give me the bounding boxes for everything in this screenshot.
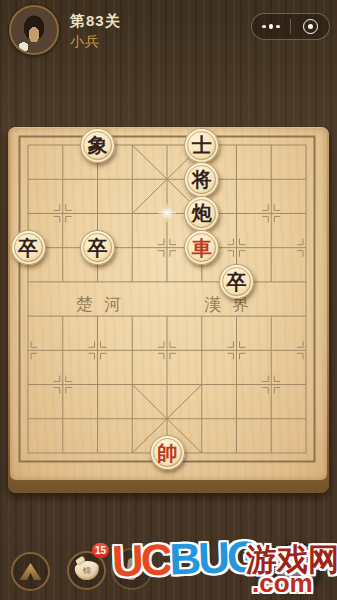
rank-label: 小兵 xyxy=(70,33,100,51)
black-pawn-a[interactable]: 卒 xyxy=(11,230,46,265)
close-mini-program-button[interactable] xyxy=(291,14,329,39)
black-advisor[interactable]: 士 xyxy=(184,128,219,163)
level-title: 第83关 xyxy=(70,12,121,31)
black-pawn-c[interactable]: 卒 xyxy=(80,230,115,265)
hint-bag-icon: 锦 xyxy=(74,560,100,581)
chevron-up-icon xyxy=(20,563,42,580)
app-screen: 第83关 小兵 楚河 漢界 象士将炮卒卒車卒帥 锦 15 UCBUG xyxy=(0,0,337,600)
expand-button[interactable] xyxy=(11,552,50,591)
hint-count-badge: 15 xyxy=(92,543,109,558)
board-panel: 楚河 漢界 象士将炮卒卒車卒帥 xyxy=(8,127,329,493)
black-cannon[interactable]: 炮 xyxy=(184,196,219,231)
xiangqi-board[interactable]: 楚河 漢界 象士将炮卒卒車卒帥 xyxy=(10,128,327,480)
red-chariot[interactable]: 車 xyxy=(184,230,219,265)
more-button[interactable] xyxy=(252,14,290,39)
dark-ball-button[interactable] xyxy=(273,542,321,590)
red-general[interactable]: 帥 xyxy=(150,435,185,470)
target-circle-icon xyxy=(303,19,318,34)
black-general[interactable]: 将 xyxy=(184,162,219,197)
help-button[interactable] xyxy=(111,548,153,590)
black-elephant[interactable]: 象 xyxy=(80,128,115,163)
player-avatar[interactable] xyxy=(9,5,59,55)
wechat-capsule xyxy=(251,13,330,40)
pieces-layer: 象士将炮卒卒車卒帥 xyxy=(10,128,327,480)
black-pawn-g[interactable]: 卒 xyxy=(219,264,254,299)
more-dots-icon xyxy=(262,24,280,29)
scroll-icon xyxy=(126,557,139,580)
